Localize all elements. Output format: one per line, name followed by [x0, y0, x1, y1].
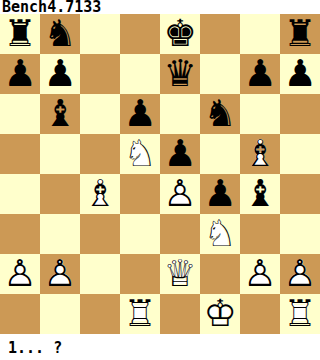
piece-white-king[interactable]: ♚♔ — [200, 294, 240, 334]
black-knight-glyph: ♞ — [40, 14, 80, 54]
square-f8[interactable] — [200, 14, 240, 54]
square-h5[interactable] — [280, 134, 320, 174]
square-g5[interactable]: ♝♗ — [240, 134, 280, 174]
black-rook-glyph: ♜ — [280, 14, 320, 54]
square-h8[interactable]: ♜ — [280, 14, 320, 54]
black-bishop-glyph: ♝ — [240, 174, 280, 214]
piece-white-bishop[interactable]: ♝♗ — [80, 174, 120, 214]
square-d7[interactable] — [120, 54, 160, 94]
piece-white-pawn[interactable]: ♟♙ — [240, 254, 280, 294]
square-g8[interactable] — [240, 14, 280, 54]
black-rook-glyph: ♜ — [0, 14, 40, 54]
square-b6[interactable]: ♝ — [40, 94, 80, 134]
square-f6[interactable]: ♞ — [200, 94, 240, 134]
white-pawn-outline: ♙ — [0, 254, 40, 294]
white-king-outline: ♔ — [200, 294, 240, 334]
square-h6[interactable] — [280, 94, 320, 134]
piece-white-rook[interactable]: ♜♖ — [280, 294, 320, 334]
piece-white-bishop[interactable]: ♝♗ — [240, 134, 280, 174]
black-pawn-glyph: ♟ — [160, 134, 200, 174]
black-pawn-glyph: ♟ — [240, 54, 280, 94]
square-d3[interactable] — [120, 214, 160, 254]
square-e8[interactable]: ♚ — [160, 14, 200, 54]
piece-black-pawn[interactable]: ♟ — [280, 54, 320, 94]
piece-black-knight[interactable]: ♞ — [40, 14, 80, 54]
square-a3[interactable] — [0, 214, 40, 254]
piece-white-pawn[interactable]: ♟♙ — [280, 254, 320, 294]
white-bishop-outline: ♗ — [80, 174, 120, 214]
piece-black-queen[interactable]: ♛ — [160, 54, 200, 94]
square-h2[interactable]: ♟♙ — [280, 254, 320, 294]
square-b1[interactable] — [40, 294, 80, 334]
square-f7[interactable] — [200, 54, 240, 94]
square-c8[interactable] — [80, 14, 120, 54]
square-d4[interactable] — [120, 174, 160, 214]
square-d1[interactable]: ♜♖ — [120, 294, 160, 334]
white-pawn-outline: ♙ — [280, 254, 320, 294]
white-pawn-outline: ♙ — [160, 174, 200, 214]
piece-black-rook[interactable]: ♜ — [280, 14, 320, 54]
white-rook-outline: ♖ — [280, 294, 320, 334]
square-e3[interactable] — [160, 214, 200, 254]
black-bishop-glyph: ♝ — [40, 94, 80, 134]
square-d6[interactable]: ♟ — [120, 94, 160, 134]
black-queen-glyph: ♛ — [160, 54, 200, 94]
square-b7[interactable]: ♟ — [40, 54, 80, 94]
piece-black-rook[interactable]: ♜ — [0, 14, 40, 54]
square-f1[interactable]: ♚♔ — [200, 294, 240, 334]
square-e2[interactable]: ♛♕ — [160, 254, 200, 294]
piece-black-pawn[interactable]: ♟ — [0, 54, 40, 94]
square-b4[interactable] — [40, 174, 80, 214]
black-pawn-glyph: ♟ — [40, 54, 80, 94]
square-a6[interactable] — [0, 94, 40, 134]
piece-white-knight[interactable]: ♞♘ — [200, 214, 240, 254]
square-a8[interactable]: ♜ — [0, 14, 40, 54]
square-c7[interactable] — [80, 54, 120, 94]
piece-white-pawn[interactable]: ♟♙ — [40, 254, 80, 294]
white-rook-outline: ♖ — [120, 294, 160, 334]
square-c3[interactable] — [80, 214, 120, 254]
square-c6[interactable] — [80, 94, 120, 134]
black-pawn-glyph: ♟ — [200, 174, 240, 214]
black-pawn-glyph: ♟ — [120, 94, 160, 134]
square-h1[interactable]: ♜♖ — [280, 294, 320, 334]
piece-white-queen[interactable]: ♛♕ — [160, 254, 200, 294]
white-bishop-outline: ♗ — [240, 134, 280, 174]
square-g6[interactable] — [240, 94, 280, 134]
square-a4[interactable] — [0, 174, 40, 214]
white-pawn-outline: ♙ — [240, 254, 280, 294]
piece-white-pawn[interactable]: ♟♙ — [160, 174, 200, 214]
square-a7[interactable]: ♟ — [0, 54, 40, 94]
square-h7[interactable]: ♟ — [280, 54, 320, 94]
square-b5[interactable] — [40, 134, 80, 174]
square-f2[interactable] — [200, 254, 240, 294]
black-pawn-glyph: ♟ — [0, 54, 40, 94]
square-b3[interactable] — [40, 214, 80, 254]
white-knight-outline: ♘ — [200, 214, 240, 254]
square-c1[interactable] — [80, 294, 120, 334]
square-g1[interactable] — [240, 294, 280, 334]
square-c2[interactable] — [80, 254, 120, 294]
piece-black-pawn[interactable]: ♟ — [200, 174, 240, 214]
square-g4[interactable]: ♝ — [240, 174, 280, 214]
square-f5[interactable] — [200, 134, 240, 174]
square-e7[interactable]: ♛ — [160, 54, 200, 94]
piece-white-pawn[interactable]: ♟♙ — [0, 254, 40, 294]
square-e6[interactable] — [160, 94, 200, 134]
piece-black-pawn[interactable]: ♟ — [40, 54, 80, 94]
white-pawn-outline: ♙ — [40, 254, 80, 294]
piece-black-knight[interactable]: ♞ — [200, 94, 240, 134]
black-knight-glyph: ♞ — [200, 94, 240, 134]
piece-black-king[interactable]: ♚ — [160, 14, 200, 54]
square-a1[interactable] — [0, 294, 40, 334]
square-f3[interactable]: ♞♘ — [200, 214, 240, 254]
square-f4[interactable]: ♟ — [200, 174, 240, 214]
square-h4[interactable] — [280, 174, 320, 214]
black-king-glyph: ♚ — [160, 14, 200, 54]
chess-board: ♜♞♚♜♟♟♛♟♟♝♟♞♞♘♟♝♗♝♗♟♙♟♝♞♘♟♙♟♙♛♕♟♙♟♙♜♖♚♔♜… — [0, 14, 320, 334]
square-h3[interactable] — [280, 214, 320, 254]
piece-black-pawn[interactable]: ♟ — [120, 94, 160, 134]
square-b8[interactable]: ♞ — [40, 14, 80, 54]
square-a2[interactable]: ♟♙ — [0, 254, 40, 294]
piece-white-knight[interactable]: ♞♘ — [120, 134, 160, 174]
square-b2[interactable]: ♟♙ — [40, 254, 80, 294]
square-g3[interactable] — [240, 214, 280, 254]
square-g2[interactable]: ♟♙ — [240, 254, 280, 294]
piece-black-bishop[interactable]: ♝ — [240, 174, 280, 214]
square-d8[interactable] — [120, 14, 160, 54]
white-queen-outline: ♕ — [160, 254, 200, 294]
move-prompt: 1... ? — [0, 334, 320, 360]
square-d5[interactable]: ♞♘ — [120, 134, 160, 174]
square-g7[interactable]: ♟ — [240, 54, 280, 94]
square-e5[interactable]: ♟ — [160, 134, 200, 174]
square-e1[interactable] — [160, 294, 200, 334]
square-e4[interactable]: ♟♙ — [160, 174, 200, 214]
square-c5[interactable] — [80, 134, 120, 174]
square-a5[interactable] — [0, 134, 40, 174]
square-d2[interactable] — [120, 254, 160, 294]
piece-black-bishop[interactable]: ♝ — [40, 94, 80, 134]
piece-black-pawn[interactable]: ♟ — [160, 134, 200, 174]
black-pawn-glyph: ♟ — [280, 54, 320, 94]
piece-black-pawn[interactable]: ♟ — [240, 54, 280, 94]
square-c4[interactable]: ♝♗ — [80, 174, 120, 214]
white-knight-outline: ♘ — [120, 134, 160, 174]
piece-white-rook[interactable]: ♜♖ — [120, 294, 160, 334]
